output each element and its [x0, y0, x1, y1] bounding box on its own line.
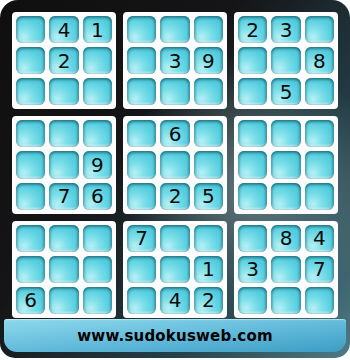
cell-r1c6[interactable]: [194, 16, 223, 43]
cell-r2c6[interactable]: 9: [194, 47, 223, 74]
cell-r5c6[interactable]: [194, 151, 223, 178]
cell-r6c4[interactable]: [127, 183, 156, 210]
cell-r9c4[interactable]: [127, 287, 156, 314]
cell-r2c9[interactable]: 8: [305, 47, 334, 74]
cell-r1c2[interactable]: 4: [49, 16, 78, 43]
cell-r4c8[interactable]: [271, 120, 300, 147]
cell-r8c1[interactable]: [16, 256, 45, 283]
cell-r9c3[interactable]: [83, 287, 112, 314]
cell-r7c4[interactable]: 7: [127, 225, 156, 252]
cell-r3c2[interactable]: [49, 78, 78, 105]
cell-r1c5[interactable]: [160, 16, 189, 43]
cell-r9c2[interactable]: [49, 287, 78, 314]
cell-r6c5[interactable]: 2: [160, 183, 189, 210]
cell-r8c2[interactable]: [49, 256, 78, 283]
cell-r5c8[interactable]: [271, 151, 300, 178]
cell-r2c4[interactable]: [127, 47, 156, 74]
cell-r7c6[interactable]: [194, 225, 223, 252]
cell-r4c1[interactable]: [16, 120, 45, 147]
cell-r1c8[interactable]: 3: [271, 16, 300, 43]
cell-r4c9[interactable]: [305, 120, 334, 147]
cell-r8c9[interactable]: 7: [305, 256, 334, 283]
cell-r4c7[interactable]: [238, 120, 267, 147]
cell-r3c6[interactable]: [194, 78, 223, 105]
cell-r4c3[interactable]: [83, 120, 112, 147]
cell-r1c3[interactable]: 1: [83, 16, 112, 43]
footer-bar: www.sudokusweb.com: [4, 319, 346, 352]
cell-r6c7[interactable]: [238, 183, 267, 210]
box-7: 6: [12, 221, 116, 318]
cell-r4c5[interactable]: 6: [160, 120, 189, 147]
cell-r9c6[interactable]: 2: [194, 287, 223, 314]
box-8: 7142: [123, 221, 227, 318]
cell-r5c9[interactable]: [305, 151, 334, 178]
cell-r9c5[interactable]: 4: [160, 287, 189, 314]
cell-r5c2[interactable]: [49, 151, 78, 178]
box-5: 625: [123, 116, 227, 213]
cell-r2c1[interactable]: [16, 47, 45, 74]
cell-r9c7[interactable]: [238, 287, 267, 314]
cell-r6c2[interactable]: 7: [49, 183, 78, 210]
box-3: 2385: [234, 12, 338, 109]
cell-r6c3[interactable]: 6: [83, 183, 112, 210]
cell-r6c1[interactable]: [16, 183, 45, 210]
cell-r8c4[interactable]: [127, 256, 156, 283]
cell-r2c2[interactable]: 2: [49, 47, 78, 74]
cell-r7c1[interactable]: [16, 225, 45, 252]
cell-r3c7[interactable]: [238, 78, 267, 105]
cell-r3c1[interactable]: [16, 78, 45, 105]
cell-r8c6[interactable]: 1: [194, 256, 223, 283]
cell-r5c1[interactable]: [16, 151, 45, 178]
cell-r7c7[interactable]: [238, 225, 267, 252]
cell-r9c8[interactable]: [271, 287, 300, 314]
board-frame: 412392385976625671428437 www.sudokusweb.…: [0, 0, 350, 358]
cell-r7c5[interactable]: [160, 225, 189, 252]
cell-r6c8[interactable]: [271, 183, 300, 210]
cell-r3c9[interactable]: [305, 78, 334, 105]
cell-r1c9[interactable]: [305, 16, 334, 43]
cell-r6c6[interactable]: 5: [194, 183, 223, 210]
cell-r5c5[interactable]: [160, 151, 189, 178]
cell-r3c8[interactable]: 5: [271, 78, 300, 105]
cell-r1c1[interactable]: [16, 16, 45, 43]
cell-r7c2[interactable]: [49, 225, 78, 252]
cell-r4c2[interactable]: [49, 120, 78, 147]
box-9: 8437: [234, 221, 338, 318]
cell-r3c4[interactable]: [127, 78, 156, 105]
cell-r5c7[interactable]: [238, 151, 267, 178]
cell-r7c8[interactable]: 8: [271, 225, 300, 252]
cell-r1c4[interactable]: [127, 16, 156, 43]
box-4: 976: [12, 116, 116, 213]
cell-r3c3[interactable]: [83, 78, 112, 105]
cell-r5c4[interactable]: [127, 151, 156, 178]
cell-r9c1[interactable]: 6: [16, 287, 45, 314]
cell-r2c8[interactable]: [271, 47, 300, 74]
box-2: 39: [123, 12, 227, 109]
cell-r7c9[interactable]: 4: [305, 225, 334, 252]
sudoku-board: 412392385976625671428437: [12, 12, 338, 318]
cell-r8c7[interactable]: 3: [238, 256, 267, 283]
cell-r5c3[interactable]: 9: [83, 151, 112, 178]
box-6: [234, 116, 338, 213]
cell-r7c3[interactable]: [83, 225, 112, 252]
cell-r4c6[interactable]: [194, 120, 223, 147]
cell-r9c9[interactable]: [305, 287, 334, 314]
cell-r2c7[interactable]: [238, 47, 267, 74]
box-1: 412: [12, 12, 116, 109]
cell-r8c3[interactable]: [83, 256, 112, 283]
website-link[interactable]: www.sudokusweb.com: [77, 327, 272, 345]
cell-r2c3[interactable]: [83, 47, 112, 74]
cell-r2c5[interactable]: 3: [160, 47, 189, 74]
cell-r8c8[interactable]: [271, 256, 300, 283]
cell-r3c5[interactable]: [160, 78, 189, 105]
cell-r6c9[interactable]: [305, 183, 334, 210]
cell-r1c7[interactable]: 2: [238, 16, 267, 43]
sudoku-page: 412392385976625671428437 www.sudokusweb.…: [0, 0, 350, 360]
cell-r4c4[interactable]: [127, 120, 156, 147]
cell-r8c5[interactable]: [160, 256, 189, 283]
